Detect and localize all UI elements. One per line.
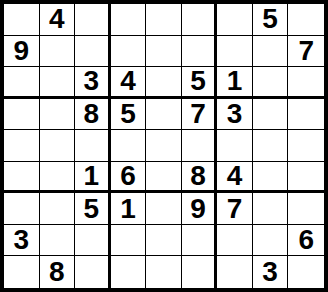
- sudoku-cell-r3c8[interactable]: [253, 67, 289, 99]
- sudoku-cell-r4c4[interactable]: 5: [111, 99, 147, 131]
- sudoku-cell-r7c7[interactable]: 7: [217, 193, 253, 225]
- sudoku-cell-r5c8[interactable]: [253, 130, 289, 162]
- sudoku-cell-r8c2[interactable]: [40, 225, 76, 257]
- sudoku-cell-r1c7[interactable]: [217, 4, 253, 36]
- sudoku-cell-r9c6[interactable]: [182, 256, 218, 288]
- sudoku-cell-r6c4[interactable]: 6: [111, 162, 147, 194]
- sudoku-cell-r8c3[interactable]: [75, 225, 111, 257]
- sudoku-cell-r6c2[interactable]: [40, 162, 76, 194]
- sudoku-cell-r6c1[interactable]: [4, 162, 40, 194]
- sudoku-cell-r4c1[interactable]: [4, 99, 40, 131]
- sudoku-cell-r7c2[interactable]: [40, 193, 76, 225]
- sudoku-cell-r4c8[interactable]: [253, 99, 289, 131]
- sudoku-cell-r5c5[interactable]: [146, 130, 182, 162]
- sudoku-cell-r6c5[interactable]: [146, 162, 182, 194]
- sudoku-cell-r7c9[interactable]: [288, 193, 324, 225]
- sudoku-cell-r7c4[interactable]: 1: [111, 193, 147, 225]
- sudoku-cell-r2c3[interactable]: [75, 36, 111, 68]
- sudoku-cell-r3c4[interactable]: 4: [111, 67, 147, 99]
- sudoku-cell-r9c9[interactable]: [288, 256, 324, 288]
- sudoku-cell-r2c7[interactable]: [217, 36, 253, 68]
- sudoku-cell-r7c1[interactable]: [4, 193, 40, 225]
- sudoku-cell-r1c3[interactable]: [75, 4, 111, 36]
- sudoku-cell-r3c2[interactable]: [40, 67, 76, 99]
- sudoku-cell-r9c8[interactable]: 3: [253, 256, 289, 288]
- sudoku-cell-r8c8[interactable]: [253, 225, 289, 257]
- sudoku-cell-r9c5[interactable]: [146, 256, 182, 288]
- sudoku-cell-r1c4[interactable]: [111, 4, 147, 36]
- sudoku-cell-r8c9[interactable]: 6: [288, 225, 324, 257]
- sudoku-cell-r1c1[interactable]: [4, 4, 40, 36]
- sudoku-cell-r2c9[interactable]: 7: [288, 36, 324, 68]
- sudoku-cell-r1c8[interactable]: 5: [253, 4, 289, 36]
- sudoku-cell-r4c2[interactable]: [40, 99, 76, 131]
- sudoku-cell-r8c6[interactable]: [182, 225, 218, 257]
- sudoku-cell-r3c3[interactable]: 3: [75, 67, 111, 99]
- sudoku-cell-r8c5[interactable]: [146, 225, 182, 257]
- sudoku-cell-r5c9[interactable]: [288, 130, 324, 162]
- sudoku-cell-r8c1[interactable]: 3: [4, 225, 40, 257]
- sudoku-cell-r6c8[interactable]: [253, 162, 289, 194]
- sudoku-cell-r4c6[interactable]: 7: [182, 99, 218, 131]
- sudoku-cell-r1c5[interactable]: [146, 4, 182, 36]
- sudoku-cell-r6c9[interactable]: [288, 162, 324, 194]
- sudoku-cell-r7c3[interactable]: 5: [75, 193, 111, 225]
- sudoku-cell-r3c9[interactable]: [288, 67, 324, 99]
- sudoku-cell-r5c2[interactable]: [40, 130, 76, 162]
- sudoku-cell-r8c4[interactable]: [111, 225, 147, 257]
- sudoku-cell-r6c6[interactable]: 8: [182, 162, 218, 194]
- sudoku-cell-r2c5[interactable]: [146, 36, 182, 68]
- sudoku-cell-r7c6[interactable]: 9: [182, 193, 218, 225]
- sudoku-cell-r3c7[interactable]: 1: [217, 67, 253, 99]
- sudoku-cell-r4c3[interactable]: 8: [75, 99, 111, 131]
- sudoku-cell-r9c1[interactable]: [4, 256, 40, 288]
- sudoku-cell-r4c7[interactable]: 3: [217, 99, 253, 131]
- sudoku-cell-r5c7[interactable]: [217, 130, 253, 162]
- sudoku-cell-r7c8[interactable]: [253, 193, 289, 225]
- sudoku-cell-r5c4[interactable]: [111, 130, 147, 162]
- sudoku-cell-r9c7[interactable]: [217, 256, 253, 288]
- sudoku-cell-r3c6[interactable]: 5: [182, 67, 218, 99]
- sudoku-cell-r5c3[interactable]: [75, 130, 111, 162]
- sudoku-cell-r9c2[interactable]: 8: [40, 256, 76, 288]
- sudoku-cell-r5c6[interactable]: [182, 130, 218, 162]
- sudoku-cell-r2c6[interactable]: [182, 36, 218, 68]
- sudoku-cell-r3c1[interactable]: [4, 67, 40, 99]
- sudoku-cell-r6c7[interactable]: 4: [217, 162, 253, 194]
- sudoku-cell-r9c4[interactable]: [111, 256, 147, 288]
- sudoku-cell-r7c5[interactable]: [146, 193, 182, 225]
- sudoku-cell-r2c2[interactable]: [40, 36, 76, 68]
- sudoku-cell-r6c3[interactable]: 1: [75, 162, 111, 194]
- sudoku-cell-r1c9[interactable]: [288, 4, 324, 36]
- sudoku-cell-r5c1[interactable]: [4, 130, 40, 162]
- sudoku-cell-r8c7[interactable]: [217, 225, 253, 257]
- sudoku-cell-r1c2[interactable]: 4: [40, 4, 76, 36]
- sudoku-cell-r2c4[interactable]: [111, 36, 147, 68]
- sudoku-cell-r9c3[interactable]: [75, 256, 111, 288]
- sudoku-board: 459734518573168451973683: [0, 0, 328, 292]
- sudoku-cell-r1c6[interactable]: [182, 4, 218, 36]
- sudoku-cell-r3c5[interactable]: [146, 67, 182, 99]
- sudoku-cell-r4c9[interactable]: [288, 99, 324, 131]
- sudoku-cell-r2c8[interactable]: [253, 36, 289, 68]
- sudoku-cell-r4c5[interactable]: [146, 99, 182, 131]
- sudoku-cell-r2c1[interactable]: 9: [4, 36, 40, 68]
